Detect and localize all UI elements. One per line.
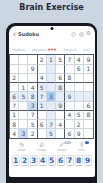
cell-r2c3[interactable]: 9 <box>28 65 37 74</box>
cell-r1c3[interactable] <box>28 55 37 64</box>
app-screen: Sudoku ⚙ Medium Mistakes: ♥♥♥ Points: 0 <box>9 26 95 178</box>
cell-r4c7[interactable] <box>65 83 74 92</box>
app-title: Sudoku <box>18 31 39 37</box>
cell-r1c5[interactable]: 1 <box>47 55 56 64</box>
cell-r1c4[interactable]: 2 <box>38 55 47 64</box>
hint-count-badge: 1 <box>85 141 89 145</box>
notes-off-badge: OFF <box>64 141 70 144</box>
cell-r8c1[interactable]: 8 <box>10 120 19 129</box>
cell-r7c1[interactable]: 1 <box>10 111 19 120</box>
promo-screenshot: Brain Exercise Sudoku ⚙ Medium Mistake <box>0 0 103 183</box>
numpad-key-9[interactable]: 9 <box>84 155 92 166</box>
undo-icon <box>19 142 25 147</box>
cell-r3c2[interactable] <box>19 74 28 83</box>
cell-r3c3[interactable] <box>28 74 37 83</box>
cell-r8c3[interactable]: 5 <box>28 120 37 129</box>
cell-r5c3[interactable]: 8 <box>28 92 37 101</box>
cell-r9c9[interactable] <box>84 129 93 138</box>
banner-title: Brain Exercise <box>0 3 103 12</box>
cell-r6c9[interactable]: 6 <box>84 102 93 111</box>
cell-r2c1[interactable] <box>10 65 19 74</box>
erase-button[interactable]: Erase <box>36 142 48 152</box>
notes-label: Notes <box>57 148 66 152</box>
stats-bar: Medium Mistakes: ♥♥♥ Points: 0 0:07 <box>9 48 95 52</box>
cell-r6c6[interactable]: 9 <box>56 102 65 111</box>
lightbulb-icon <box>79 142 85 147</box>
cell-r1c7[interactable]: 7 <box>65 55 74 64</box>
cell-r5c8[interactable] <box>75 92 84 101</box>
pause-icon[interactable] <box>79 32 84 37</box>
notes-button[interactable]: OFF Notes <box>56 142 68 152</box>
cell-r2c9[interactable]: 1 <box>84 65 93 74</box>
cell-r3c6[interactable]: 6 <box>56 74 65 83</box>
cell-r9c3[interactable]: 2 <box>28 129 37 138</box>
sudoku-grid: 2157499612468145865873973196174588567424… <box>9 54 94 139</box>
cell-r3c1[interactable]: 2 <box>10 74 19 83</box>
points-group: Points: 0 <box>63 48 76 52</box>
numpad-key-7[interactable]: 7 <box>66 155 74 166</box>
cell-r7c3[interactable]: 7 <box>28 111 37 120</box>
cell-r6c7[interactable] <box>65 102 74 111</box>
cell-r4c9[interactable] <box>84 83 93 92</box>
cell-r9c4[interactable] <box>38 129 47 138</box>
cell-r4c2[interactable]: 1 <box>19 83 28 92</box>
undo-button[interactable]: Undo <box>16 142 28 152</box>
cell-r8c9[interactable] <box>84 120 93 129</box>
cell-r2c8[interactable]: 6 <box>75 65 84 74</box>
cell-r8c4[interactable]: 6 <box>38 120 47 129</box>
header-icons: ⚙ <box>71 31 91 37</box>
cell-r3c4[interactable]: 4 <box>38 74 47 83</box>
lives-hearts: ♥♥♥ <box>47 48 56 52</box>
cell-r9c6[interactable] <box>56 129 65 138</box>
cell-r1c1[interactable] <box>10 55 19 64</box>
cell-r6c5[interactable] <box>47 102 56 111</box>
numpad-key-8[interactable]: 8 <box>75 155 83 166</box>
cell-r1c2[interactable] <box>19 55 28 64</box>
app-header: Sudoku ⚙ <box>9 30 95 39</box>
cell-r5c7[interactable]: 9 <box>65 92 74 101</box>
cell-r7c8[interactable]: 5 <box>75 111 84 120</box>
cell-r7c9[interactable]: 8 <box>84 111 93 120</box>
cell-r2c7[interactable] <box>65 65 74 74</box>
cell-r5c4[interactable]: 7 <box>38 92 47 101</box>
cell-r9c2[interactable]: 3 <box>19 129 28 138</box>
cell-r8c7[interactable] <box>65 120 74 129</box>
numpad-key-6[interactable]: 6 <box>57 155 65 166</box>
difficulty-label: Medium <box>13 48 26 52</box>
cell-r6c3[interactable]: 3 <box>28 102 37 111</box>
cell-r4c1[interactable] <box>10 83 19 92</box>
cell-r6c8[interactable] <box>75 102 84 111</box>
palette-icon[interactable] <box>71 32 76 37</box>
cell-r5c9[interactable] <box>84 92 93 101</box>
settings-gear-icon[interactable]: ⚙ <box>86 31 91 37</box>
cell-r5c5[interactable]: 3 <box>47 92 56 101</box>
cell-r4c8[interactable] <box>75 83 84 92</box>
camera-punch-hole <box>50 27 53 30</box>
numpad-key-1[interactable]: 1 <box>12 155 20 166</box>
numpad-key-2[interactable]: 2 <box>21 155 29 166</box>
cell-r7c6[interactable] <box>56 111 65 120</box>
cell-r7c2[interactable] <box>19 111 28 120</box>
cell-r4c5[interactable] <box>47 83 56 92</box>
cell-r3c9[interactable] <box>84 74 93 83</box>
cell-r2c2[interactable] <box>19 65 28 74</box>
cell-r9c1[interactable]: 4 <box>10 129 19 138</box>
cell-r6c1[interactable]: 7 <box>10 102 19 111</box>
undo-label: Undo <box>18 148 26 152</box>
cell-r9c8[interactable]: 9 <box>75 129 84 138</box>
cell-r1c6[interactable]: 5 <box>56 55 65 64</box>
heart-icon: ♥ <box>54 48 57 52</box>
cell-r6c2[interactable] <box>19 102 28 111</box>
cell-r8c6[interactable]: 4 <box>56 120 65 129</box>
cell-r2c5[interactable] <box>47 65 56 74</box>
cell-r3c8[interactable] <box>75 74 84 83</box>
cell-r3c5[interactable] <box>47 74 56 83</box>
numpad-key-3[interactable]: 3 <box>30 155 38 166</box>
cell-r7c7[interactable]: 4 <box>65 111 74 120</box>
phone-frame: Sudoku ⚙ Medium Mistakes: ♥♥♥ Points: 0 <box>6 23 97 183</box>
cell-r8c2[interactable] <box>19 120 28 129</box>
eraser-icon <box>39 142 45 147</box>
cell-r2c6[interactable] <box>56 65 65 74</box>
hint-button[interactable]: 1 Hint <box>76 142 88 152</box>
mistakes-label: Mistakes: <box>32 48 47 52</box>
number-pad: 123456789 <box>12 155 92 166</box>
cell-r4c4[interactable]: 5 <box>38 83 47 92</box>
cell-r8c8[interactable]: 2 <box>75 120 84 129</box>
timer: 0:07 <box>83 48 90 52</box>
cell-r1c9[interactable]: 9 <box>84 55 93 64</box>
numpad-key-4[interactable]: 4 <box>39 155 47 166</box>
cell-r7c4[interactable] <box>38 111 47 120</box>
cell-r5c1[interactable]: 6 <box>10 92 19 101</box>
cell-r6c4[interactable]: 1 <box>38 102 47 111</box>
numpad-key-5[interactable]: 5 <box>48 155 56 166</box>
cell-r9c5[interactable]: 5 <box>47 129 56 138</box>
cell-r8c5[interactable]: 7 <box>47 120 56 129</box>
cell-r4c3[interactable]: 4 <box>28 83 37 92</box>
erase-label: Erase <box>37 148 45 152</box>
cell-r7c5[interactable] <box>47 111 56 120</box>
back-chevron-icon[interactable] <box>12 32 17 37</box>
cell-r4c6[interactable]: 8 <box>56 83 65 92</box>
mistakes-group: Mistakes: ♥♥♥ <box>32 48 57 52</box>
points-label: Points: <box>63 48 74 52</box>
cell-r9c7[interactable]: 6 <box>65 129 74 138</box>
cell-r5c2[interactable]: 5 <box>19 92 28 101</box>
points-value: 0 <box>75 48 77 52</box>
cell-r5c6[interactable] <box>56 92 65 101</box>
hint-label: Hint <box>78 148 84 152</box>
cell-r3c7[interactable]: 8 <box>65 74 74 83</box>
cell-r2c4[interactable] <box>38 65 47 74</box>
cell-r1c8[interactable]: 4 <box>75 55 84 64</box>
action-bar: Undo Erase OFF Notes 1 Hint <box>9 142 95 152</box>
